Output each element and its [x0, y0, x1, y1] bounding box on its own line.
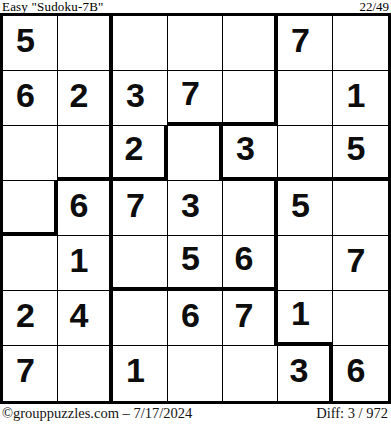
given-digit: 1	[126, 353, 145, 387]
cell-r1c4[interactable]	[168, 16, 223, 71]
difficulty-text: Diff: 3 / 972	[316, 405, 388, 422]
cell-r4c1[interactable]	[3, 181, 58, 236]
cell-r7c4[interactable]	[168, 346, 223, 401]
cell-r5c3[interactable]	[113, 236, 168, 291]
cell-r1c3[interactable]	[113, 16, 168, 71]
given-digit: 5	[16, 23, 35, 57]
given-digit: 6	[16, 78, 35, 112]
given-digit: 5	[347, 131, 366, 165]
given-digit: 7	[16, 353, 35, 387]
given-digit: 3	[236, 131, 255, 165]
given-digit: 3	[126, 78, 145, 112]
given-digit: 5	[291, 188, 310, 222]
cell-r5c1[interactable]	[3, 236, 58, 291]
cell-r4c7[interactable]	[333, 181, 388, 236]
cell-r3c3[interactable]: 2	[113, 126, 168, 181]
cell-r3c7[interactable]: 5	[333, 126, 388, 181]
cell-r1c6[interactable]: 7	[278, 16, 333, 71]
given-digit: 2	[125, 131, 144, 165]
cell-r6c7[interactable]	[333, 291, 388, 346]
puzzle-page: Easy "Sudoku-7B" 22/49 57623712356735156…	[0, 0, 391, 426]
cell-r2c6[interactable]	[278, 71, 333, 126]
cell-r7c1[interactable]: 7	[3, 346, 58, 401]
cell-r1c7[interactable]	[333, 16, 388, 71]
copyright-text: ©grouppuzzles.com – 7/17/2024	[2, 405, 192, 422]
cell-r5c6[interactable]	[278, 236, 333, 291]
given-digit: 4	[70, 298, 89, 332]
cell-r6c6[interactable]: 1	[278, 291, 333, 346]
cell-r6c1[interactable]: 2	[3, 291, 58, 346]
cell-r3c1[interactable]	[3, 126, 58, 181]
given-digit: 3	[181, 188, 200, 222]
cell-r7c7[interactable]: 6	[333, 346, 388, 401]
given-digit: 7	[347, 243, 366, 277]
cell-r6c3[interactable]	[113, 291, 168, 346]
cell-r4c2[interactable]: 6	[58, 181, 113, 236]
cell-r3c6[interactable]	[278, 126, 333, 181]
cell-r1c1[interactable]: 5	[3, 16, 58, 71]
given-digit: 6	[181, 298, 200, 332]
given-digit: 2	[16, 298, 35, 332]
cell-r2c7[interactable]: 1	[333, 71, 388, 126]
cell-r4c5[interactable]	[223, 181, 278, 236]
cell-r5c4[interactable]: 5	[168, 236, 223, 291]
cell-r5c7[interactable]: 7	[333, 236, 388, 291]
cell-r2c3[interactable]: 3	[113, 71, 168, 126]
cell-r3c2[interactable]	[58, 126, 113, 181]
cell-r3c5[interactable]: 3	[223, 126, 278, 181]
given-digit: 6	[70, 188, 89, 222]
cell-r6c5[interactable]: 7	[223, 291, 278, 346]
cell-r5c2[interactable]: 1	[58, 236, 113, 291]
cell-r1c5[interactable]	[223, 16, 278, 71]
cell-r5c5[interactable]: 6	[223, 236, 278, 291]
given-digit: 1	[347, 78, 366, 112]
cell-r4c4[interactable]: 3	[168, 181, 223, 236]
cell-r3c4[interactable]	[168, 126, 223, 181]
cell-r2c2[interactable]: 2	[58, 71, 113, 126]
cell-r2c5[interactable]	[223, 71, 278, 126]
cell-r6c4[interactable]: 6	[168, 291, 223, 346]
cell-r1c2[interactable]	[58, 16, 113, 71]
cell-r6c2[interactable]: 4	[58, 291, 113, 346]
given-digit: 6	[235, 241, 254, 275]
cell-r7c2[interactable]	[58, 346, 113, 401]
given-digit: 7	[235, 298, 254, 332]
given-digit: 5	[181, 241, 200, 275]
cell-r4c3[interactable]: 7	[113, 181, 168, 236]
given-digit: 3	[290, 353, 309, 387]
cell-r2c4[interactable]: 7	[168, 71, 223, 126]
given-digit: 2	[70, 78, 89, 112]
given-digit: 7	[291, 23, 310, 57]
given-digit: 6	[347, 353, 366, 387]
cell-r7c5[interactable]	[223, 346, 278, 401]
sudoku-board: 576237123567351567246717136	[0, 13, 391, 404]
given-digit: 1	[70, 243, 89, 277]
cell-r4c6[interactable]: 5	[278, 181, 333, 236]
given-digit: 7	[181, 76, 200, 110]
cell-r2c1[interactable]: 6	[3, 71, 58, 126]
given-digit: 1	[291, 296, 310, 330]
cell-r7c6[interactable]: 3	[278, 346, 333, 401]
cell-r7c3[interactable]: 1	[113, 346, 168, 401]
given-digit: 7	[126, 188, 145, 222]
